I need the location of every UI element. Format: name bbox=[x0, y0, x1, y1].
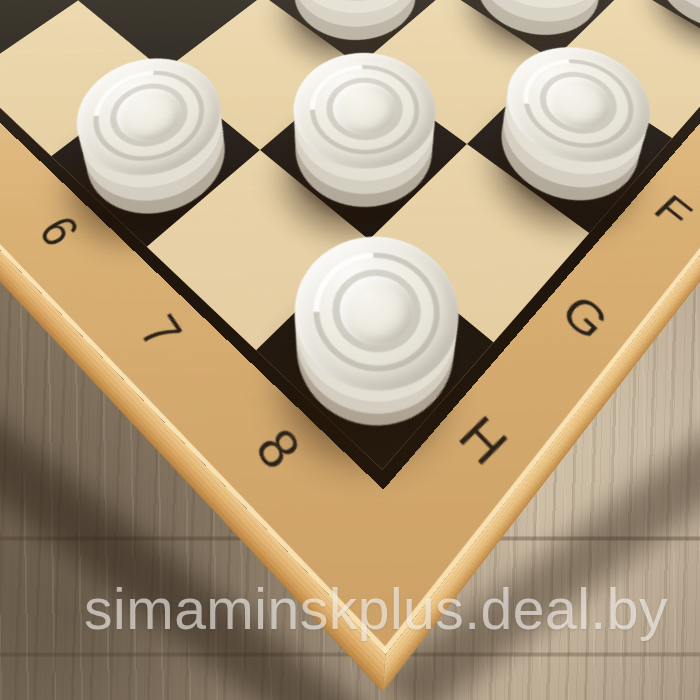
photo-scene: 12345678ABCDEFGH simaminskplus.deal.by bbox=[0, 0, 700, 700]
square-f8 bbox=[467, 60, 672, 233]
rank-label-6: 6 bbox=[28, 208, 90, 256]
file-label-h: H bbox=[446, 405, 518, 478]
watermark: simaminskplus.deal.by bbox=[84, 576, 668, 642]
rank-label-8: 8 bbox=[243, 418, 312, 482]
file-label-f: F bbox=[644, 187, 700, 237]
file-label-g: G bbox=[551, 286, 619, 350]
rank-label-7: 7 bbox=[128, 306, 193, 361]
